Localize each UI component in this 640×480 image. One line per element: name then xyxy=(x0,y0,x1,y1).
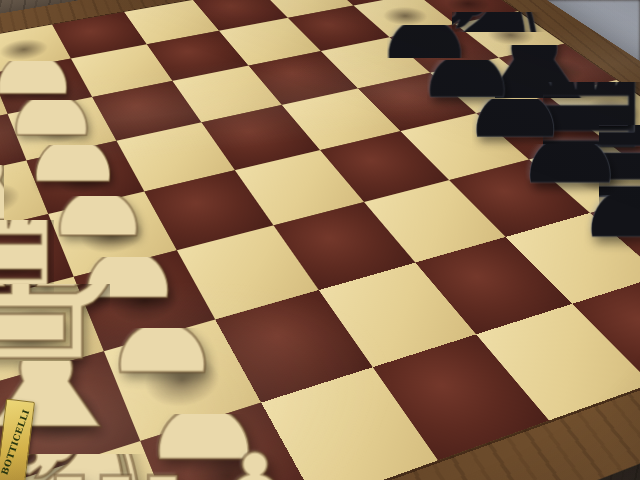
brand-label-text: BOTTICELLI xyxy=(0,408,31,476)
square-h1[interactable]: ♜ xyxy=(9,441,185,480)
chess-photo: ♜♟♟♜♞♟♟♞♝♟♟♝♛♟♟♛♚♟♟♚♝♟♟♝♞♟♟♞♜♟♟♜ BOTTICE… xyxy=(0,0,640,480)
chess-board: ♜♟♟♜♞♟♟♞♝♟♟♝♛♟♟♛♚♟♟♚♝♟♟♝♞♟♟♞♜♟♟♜ xyxy=(0,0,640,480)
piece-black-pawn[interactable]: ♟ xyxy=(584,195,640,204)
board-grid: ♜♟♟♜♞♟♟♞♝♟♟♝♛♟♟♛♚♟♟♚♝♟♟♝♞♟♟♞♜♟♟♜ xyxy=(0,0,640,480)
board-scene: ♜♟♟♜♞♟♟♞♝♟♟♝♛♟♟♛♚♟♟♚♝♟♟♝♞♟♟♞♜♟♟♜ xyxy=(0,0,640,480)
